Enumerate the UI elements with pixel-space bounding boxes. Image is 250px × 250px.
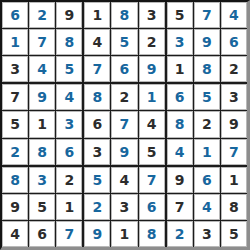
cell-r3c5[interactable]: 6 — [111, 56, 137, 82]
cell-r7c9[interactable]: 1 — [221, 167, 247, 193]
cell-r5c8[interactable]: 2 — [194, 111, 220, 137]
cell-r9c7[interactable]: 2 — [167, 221, 193, 247]
cell-r3c3[interactable]: 5 — [56, 56, 82, 82]
cell-r8c4[interactable]: 2 — [84, 194, 110, 220]
cell-r4c8[interactable]: 5 — [194, 84, 220, 110]
cell-r6c3[interactable]: 6 — [56, 139, 82, 165]
cell-r2c5[interactable]: 5 — [111, 29, 137, 55]
cell-r4c7[interactable]: 6 — [167, 84, 193, 110]
cell-r9c8[interactable]: 3 — [194, 221, 220, 247]
cell-r9c5[interactable]: 1 — [111, 221, 137, 247]
cell-r2c3[interactable]: 8 — [56, 29, 82, 55]
cell-r9c9[interactable]: 5 — [221, 221, 247, 247]
cell-r9c1[interactable]: 4 — [2, 221, 28, 247]
cell-r1c2[interactable]: 2 — [29, 2, 55, 28]
cell-r9c3[interactable]: 7 — [56, 221, 82, 247]
cell-r7c1[interactable]: 8 — [2, 167, 28, 193]
cell-r9c4[interactable]: 9 — [84, 221, 110, 247]
cell-r6c6[interactable]: 5 — [139, 139, 165, 165]
cell-r8c3[interactable]: 1 — [56, 194, 82, 220]
cell-r7c4[interactable]: 5 — [84, 167, 110, 193]
box-r1c2: 183452769 — [84, 2, 164, 82]
cell-r3c4[interactable]: 7 — [84, 56, 110, 82]
cell-r7c5[interactable]: 4 — [111, 167, 137, 193]
box-r1c1: 629178345 — [2, 2, 82, 82]
cell-r6c5[interactable]: 9 — [111, 139, 137, 165]
box-r3c3: 961748235 — [167, 167, 247, 247]
cell-r1c1[interactable]: 6 — [2, 2, 28, 28]
cell-r6c9[interactable]: 7 — [221, 139, 247, 165]
cell-r3c6[interactable]: 9 — [139, 56, 165, 82]
sudoku-board: 6291783451834527695743961827945132868216… — [0, 0, 250, 250]
cell-r5c9[interactable]: 9 — [221, 111, 247, 137]
cell-r8c7[interactable]: 7 — [167, 194, 193, 220]
box-r2c3: 653829417 — [167, 84, 247, 164]
cell-r7c2[interactable]: 3 — [29, 167, 55, 193]
box-r3c1: 832951467 — [2, 167, 82, 247]
cell-r4c2[interactable]: 9 — [29, 84, 55, 110]
cell-r6c8[interactable]: 1 — [194, 139, 220, 165]
cell-r5c3[interactable]: 3 — [56, 111, 82, 137]
cell-r3c8[interactable]: 8 — [194, 56, 220, 82]
cell-r7c6[interactable]: 7 — [139, 167, 165, 193]
cell-r1c3[interactable]: 9 — [56, 2, 82, 28]
cell-r8c9[interactable]: 8 — [221, 194, 247, 220]
cell-r9c6[interactable]: 8 — [139, 221, 165, 247]
cell-r3c2[interactable]: 4 — [29, 56, 55, 82]
box-r2c2: 821674395 — [84, 84, 164, 164]
cell-r5c5[interactable]: 7 — [111, 111, 137, 137]
cell-r4c6[interactable]: 1 — [139, 84, 165, 110]
cell-r1c9[interactable]: 4 — [221, 2, 247, 28]
cell-r2c1[interactable]: 1 — [2, 29, 28, 55]
cell-r3c7[interactable]: 1 — [167, 56, 193, 82]
cell-r7c8[interactable]: 6 — [194, 167, 220, 193]
cell-r1c5[interactable]: 8 — [111, 2, 137, 28]
box-r2c1: 794513286 — [2, 84, 82, 164]
cell-r5c2[interactable]: 1 — [29, 111, 55, 137]
cell-r5c1[interactable]: 5 — [2, 111, 28, 137]
cell-r6c2[interactable]: 8 — [29, 139, 55, 165]
cell-r5c6[interactable]: 4 — [139, 111, 165, 137]
cell-r2c6[interactable]: 2 — [139, 29, 165, 55]
box-r1c3: 574396182 — [167, 2, 247, 82]
cell-r9c2[interactable]: 6 — [29, 221, 55, 247]
cell-r2c2[interactable]: 7 — [29, 29, 55, 55]
cell-r2c7[interactable]: 3 — [167, 29, 193, 55]
cell-r8c5[interactable]: 3 — [111, 194, 137, 220]
cell-r1c7[interactable]: 5 — [167, 2, 193, 28]
cell-r5c7[interactable]: 8 — [167, 111, 193, 137]
cell-r7c3[interactable]: 2 — [56, 167, 82, 193]
cell-r2c9[interactable]: 6 — [221, 29, 247, 55]
cell-r3c9[interactable]: 2 — [221, 56, 247, 82]
cell-r4c1[interactable]: 7 — [2, 84, 28, 110]
cell-r4c9[interactable]: 3 — [221, 84, 247, 110]
cell-r6c7[interactable]: 4 — [167, 139, 193, 165]
cell-r8c2[interactable]: 5 — [29, 194, 55, 220]
cell-r6c1[interactable]: 2 — [2, 139, 28, 165]
cell-r3c1[interactable]: 3 — [2, 56, 28, 82]
box-r3c2: 547236918 — [84, 167, 164, 247]
cell-r8c6[interactable]: 6 — [139, 194, 165, 220]
cell-r8c8[interactable]: 4 — [194, 194, 220, 220]
cell-r4c4[interactable]: 8 — [84, 84, 110, 110]
cell-r1c4[interactable]: 1 — [84, 2, 110, 28]
cell-r7c7[interactable]: 9 — [167, 167, 193, 193]
cell-r8c1[interactable]: 9 — [2, 194, 28, 220]
cell-r1c8[interactable]: 7 — [194, 2, 220, 28]
cell-r5c4[interactable]: 6 — [84, 111, 110, 137]
cell-r2c4[interactable]: 4 — [84, 29, 110, 55]
cell-r4c3[interactable]: 4 — [56, 84, 82, 110]
cell-r2c8[interactable]: 9 — [194, 29, 220, 55]
cell-r4c5[interactable]: 2 — [111, 84, 137, 110]
cell-r1c6[interactable]: 3 — [139, 2, 165, 28]
cell-r6c4[interactable]: 3 — [84, 139, 110, 165]
